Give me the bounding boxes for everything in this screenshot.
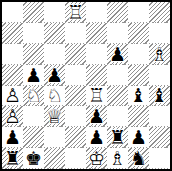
white-queen: ♛♕ <box>44 106 65 127</box>
square-f7[interactable] <box>107 23 128 44</box>
white-rook: ♜♖ <box>65 2 86 23</box>
square-h3[interactable] <box>149 106 170 127</box>
white-bishop: ♝♗ <box>149 44 170 65</box>
square-a3[interactable]: ♟♙ <box>2 106 23 127</box>
square-g2[interactable]: ♟ <box>128 127 149 148</box>
square-d6[interactable] <box>65 44 86 65</box>
square-a7[interactable] <box>2 23 23 44</box>
square-b2[interactable] <box>23 127 44 148</box>
square-g8[interactable] <box>128 2 149 23</box>
square-g5[interactable] <box>128 65 149 86</box>
white-pawn: ♟♙ <box>2 86 23 107</box>
square-e3[interactable]: ♟ <box>86 106 107 127</box>
square-e1[interactable]: ♚♔ <box>86 148 107 169</box>
white-knight: ♞♘ <box>44 86 65 107</box>
square-c5[interactable]: ♟ <box>44 65 65 86</box>
square-g1[interactable]: ♞ <box>128 148 149 169</box>
square-c8[interactable] <box>44 2 65 23</box>
square-a8[interactable] <box>2 2 23 23</box>
square-c4[interactable]: ♞♘ <box>44 86 65 107</box>
black-pawn: ♟ <box>23 65 44 86</box>
black-bishop: ♝ <box>128 86 149 107</box>
black-bishop: ♝ <box>149 86 170 107</box>
square-e5[interactable] <box>86 65 107 86</box>
white-bishop: ♝♗ <box>107 148 128 169</box>
square-h7[interactable] <box>149 23 170 44</box>
square-b7[interactable] <box>23 23 44 44</box>
square-c6[interactable] <box>44 44 65 65</box>
square-a2[interactable]: ♟ <box>2 127 23 148</box>
square-h8[interactable] <box>149 2 170 23</box>
square-c7[interactable] <box>44 23 65 44</box>
square-d5[interactable] <box>65 65 86 86</box>
black-pawn: ♟ <box>86 127 107 148</box>
square-d3[interactable] <box>65 106 86 127</box>
black-pawn: ♟ <box>44 65 65 86</box>
square-g3[interactable] <box>128 106 149 127</box>
square-h6[interactable]: ♝♗ <box>149 44 170 65</box>
black-pawn: ♟ <box>128 127 149 148</box>
square-h5[interactable] <box>149 65 170 86</box>
square-b5[interactable]: ♟ <box>23 65 44 86</box>
black-knight: ♞ <box>128 148 149 169</box>
square-b3[interactable] <box>23 106 44 127</box>
square-a4[interactable]: ♟♙ <box>2 86 23 107</box>
square-d2[interactable] <box>65 127 86 148</box>
square-f6[interactable]: ♟ <box>107 44 128 65</box>
square-c1[interactable] <box>44 148 65 169</box>
square-d1[interactable] <box>65 148 86 169</box>
square-a5[interactable] <box>2 65 23 86</box>
white-knight: ♞♘ <box>23 86 44 107</box>
chess-board: ♜♖♟♝♗♟♟♟♙♞♘♞♘♜♖♝♝♟♙♛♕♟♟♟♜♟♜♚♚♔♝♗♞ <box>0 0 172 171</box>
square-g6[interactable] <box>128 44 149 65</box>
black-rook: ♜ <box>2 148 23 169</box>
square-e7[interactable] <box>86 23 107 44</box>
square-f8[interactable] <box>107 2 128 23</box>
square-b1[interactable]: ♚ <box>23 148 44 169</box>
square-b8[interactable] <box>23 2 44 23</box>
square-c2[interactable] <box>44 127 65 148</box>
white-rook: ♜♖ <box>86 86 107 107</box>
square-f3[interactable] <box>107 106 128 127</box>
square-d8[interactable]: ♜♖ <box>65 2 86 23</box>
square-f5[interactable] <box>107 65 128 86</box>
square-d7[interactable] <box>65 23 86 44</box>
square-e4[interactable]: ♜♖ <box>86 86 107 107</box>
black-pawn: ♟ <box>2 127 23 148</box>
black-pawn: ♟ <box>107 44 128 65</box>
square-f4[interactable] <box>107 86 128 107</box>
white-king: ♚♔ <box>86 148 107 169</box>
black-rook: ♜ <box>107 127 128 148</box>
square-e6[interactable] <box>86 44 107 65</box>
square-f1[interactable]: ♝♗ <box>107 148 128 169</box>
square-b6[interactable] <box>23 44 44 65</box>
square-a1[interactable]: ♜ <box>2 148 23 169</box>
black-pawn: ♟ <box>86 106 107 127</box>
square-b4[interactable]: ♞♘ <box>23 86 44 107</box>
square-c3[interactable]: ♛♕ <box>44 106 65 127</box>
square-e8[interactable] <box>86 2 107 23</box>
square-g4[interactable]: ♝ <box>128 86 149 107</box>
square-g7[interactable] <box>128 23 149 44</box>
square-h4[interactable]: ♝ <box>149 86 170 107</box>
square-f2[interactable]: ♜ <box>107 127 128 148</box>
white-pawn: ♟♙ <box>2 106 23 127</box>
square-h1[interactable] <box>149 148 170 169</box>
square-a6[interactable] <box>2 44 23 65</box>
square-d4[interactable] <box>65 86 86 107</box>
square-h2[interactable] <box>149 127 170 148</box>
black-king: ♚ <box>23 148 44 169</box>
square-e2[interactable]: ♟ <box>86 127 107 148</box>
